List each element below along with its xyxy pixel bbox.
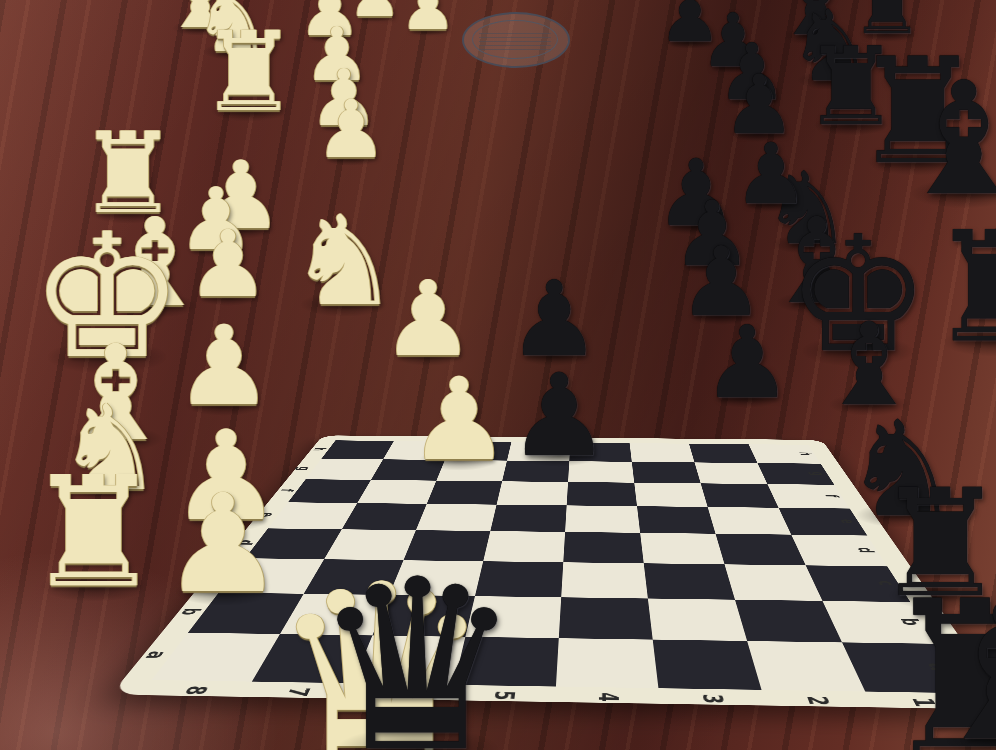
club-seal-logo bbox=[462, 12, 570, 68]
piece-black-pawn-f5[interactable]: ♟ bbox=[502, 359, 616, 473]
coordinate-label-4: 4 bbox=[592, 686, 622, 707]
piece-white-pawn-f4[interactable]: ♟ bbox=[402, 363, 516, 477]
club-seal-text bbox=[479, 30, 552, 51]
coordinate-label-2: 2 bbox=[798, 690, 836, 712]
piece-black-pawn-table[interactable]: ♟ bbox=[729, 132, 813, 216]
piece-black-rook-table[interactable]: ♜ bbox=[920, 212, 996, 364]
piece-white-rook-table[interactable]: ♜ bbox=[194, 17, 304, 127]
piece-white-pawn-table[interactable]: ♟ bbox=[346, 0, 404, 25]
coordinate-label-3: 3 bbox=[695, 688, 729, 709]
piece-black-bishop-table[interactable]: ♝ bbox=[913, 578, 996, 750]
piece-white-pawn-table[interactable]: ♟ bbox=[397, 0, 459, 39]
photo-scene: hgfedcbahgfedcba87654321 ♝♞♜♟♟♟♟♟♟♟♟♟♟♝♞… bbox=[0, 0, 996, 750]
piece-white-rook-h1[interactable]: ♜ bbox=[18, 457, 170, 609]
coordinate-label-8: 8 bbox=[174, 680, 217, 701]
piece-black-queen-table[interactable]: ♛ bbox=[299, 549, 535, 750]
piece-black-pawn-e7[interactable]: ♟ bbox=[697, 313, 797, 413]
